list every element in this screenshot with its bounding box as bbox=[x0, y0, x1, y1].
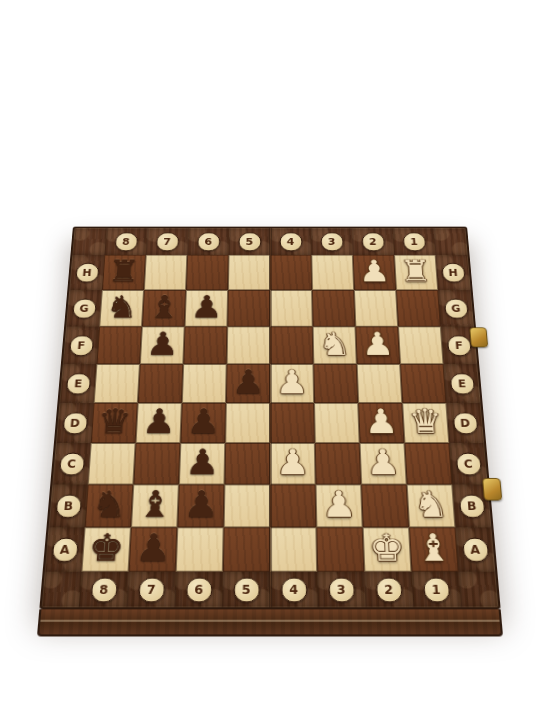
square-g2 bbox=[354, 290, 398, 326]
border-corner bbox=[434, 228, 468, 255]
piece-black-pawn-a7: ♟ bbox=[135, 529, 172, 566]
label-medallion: 8 bbox=[114, 232, 138, 251]
label-medallion: A bbox=[51, 537, 79, 562]
square-f5 bbox=[227, 327, 270, 365]
label-medallion: G bbox=[71, 298, 96, 318]
square-e4: ♟ bbox=[270, 364, 314, 403]
coordinate-label-left-e-3: E bbox=[59, 364, 96, 403]
piece-black-pawn-b6: ♟ bbox=[183, 486, 219, 522]
coordinate-label-top-3-5: 3 bbox=[311, 228, 353, 255]
piece-black-pawn-d6: ♟ bbox=[186, 405, 221, 439]
label-medallion: H bbox=[441, 263, 466, 283]
coordinate-label-bottom-6-2: 6 bbox=[174, 572, 222, 608]
square-d1: ♛ bbox=[402, 403, 449, 443]
coordinate-label-left-b-6: B bbox=[49, 484, 88, 527]
product-photo-scene: 87654321H♜♟♜HG♞♝♟GF♟♞♟FE♟♟ED♛♟♟♟♛DC♟♟♟CB… bbox=[0, 0, 540, 720]
label-medallion: G bbox=[443, 298, 468, 318]
coordinate-label-right-c-5: C bbox=[449, 443, 487, 484]
square-a2: ♚ bbox=[363, 527, 412, 571]
square-e3 bbox=[313, 364, 358, 403]
square-h8: ♜ bbox=[102, 255, 146, 290]
square-b6: ♟ bbox=[177, 484, 224, 527]
square-c1 bbox=[404, 443, 452, 484]
coordinate-label-right-e-3: E bbox=[443, 364, 480, 403]
square-g3 bbox=[312, 290, 355, 326]
piece-black-pawn-g6: ♟ bbox=[190, 292, 223, 323]
box-lid-seam bbox=[40, 620, 499, 622]
label-medallion: F bbox=[68, 335, 94, 356]
board-fold-seam bbox=[269, 228, 272, 607]
square-a5 bbox=[223, 527, 270, 571]
coordinate-label-left-a-7: A bbox=[45, 527, 85, 571]
square-f8 bbox=[97, 327, 142, 365]
square-b7: ♝ bbox=[131, 484, 179, 527]
piece-white-pawn-f2: ♟ bbox=[361, 328, 395, 360]
label-medallion: 5 bbox=[233, 577, 260, 602]
square-h4 bbox=[270, 255, 312, 290]
coordinate-label-left-h-0: H bbox=[69, 255, 104, 290]
square-d6: ♟ bbox=[180, 403, 226, 443]
square-b3: ♟ bbox=[316, 484, 363, 527]
coordinate-label-top-7-1: 7 bbox=[146, 228, 188, 255]
square-d8: ♛ bbox=[91, 403, 138, 443]
square-g4 bbox=[270, 290, 313, 326]
piece-white-pawn-e4: ♟ bbox=[275, 366, 308, 399]
coordinate-label-left-c-5: C bbox=[52, 443, 90, 484]
coordinate-label-right-h-0: H bbox=[436, 255, 471, 290]
square-b5 bbox=[224, 484, 270, 527]
label-medallion: 6 bbox=[185, 577, 212, 602]
square-d3 bbox=[314, 403, 360, 443]
square-c4: ♟ bbox=[270, 443, 316, 484]
label-medallion: 2 bbox=[361, 232, 385, 251]
piece-white-pawn-h2: ♟ bbox=[358, 256, 391, 286]
square-a4 bbox=[270, 527, 317, 571]
piece-white-pawn-c4: ♟ bbox=[275, 445, 310, 480]
square-g6: ♟ bbox=[185, 290, 228, 326]
square-b4 bbox=[270, 484, 316, 527]
square-e1 bbox=[400, 364, 446, 403]
square-d5 bbox=[225, 403, 270, 443]
square-h2: ♟ bbox=[353, 255, 396, 290]
label-medallion: D bbox=[62, 412, 88, 434]
piece-black-knight-b8: ♞ bbox=[91, 486, 128, 522]
box-front-edge bbox=[37, 609, 503, 636]
square-f7: ♟ bbox=[140, 327, 185, 365]
label-medallion: 4 bbox=[279, 232, 302, 251]
coordinate-label-bottom-4-4: 4 bbox=[270, 572, 318, 608]
square-a3 bbox=[316, 527, 364, 571]
label-medallion: B bbox=[55, 494, 82, 518]
square-e5: ♟ bbox=[226, 364, 270, 403]
square-b1: ♞ bbox=[407, 484, 456, 527]
square-g7: ♝ bbox=[142, 290, 186, 326]
label-medallion: C bbox=[58, 452, 85, 475]
square-a6 bbox=[176, 527, 224, 571]
piece-black-bishop-b7: ♝ bbox=[137, 486, 173, 522]
coordinate-label-top-5-3: 5 bbox=[229, 228, 270, 255]
coordinate-label-bottom-8-0: 8 bbox=[79, 572, 129, 608]
label-medallion: 6 bbox=[197, 232, 220, 251]
label-medallion: 5 bbox=[238, 232, 261, 251]
square-h6 bbox=[186, 255, 229, 290]
label-medallion: 7 bbox=[155, 232, 179, 251]
label-medallion: 1 bbox=[402, 232, 426, 251]
label-medallion: 3 bbox=[328, 577, 355, 602]
square-a1: ♝ bbox=[409, 527, 459, 571]
piece-black-knight-g8: ♞ bbox=[105, 292, 139, 323]
chess-set: 87654321H♜♟♜HG♞♝♟GF♟♞♟FE♟♟ED♛♟♟♟♛DC♟♟♟CB… bbox=[37, 227, 502, 633]
piece-white-bishop-a1: ♝ bbox=[415, 529, 453, 566]
square-h5 bbox=[228, 255, 270, 290]
piece-black-pawn-c6: ♟ bbox=[185, 445, 220, 480]
coordinate-label-bottom-2-6: 2 bbox=[364, 572, 413, 608]
label-medallion: E bbox=[449, 373, 475, 395]
piece-black-rook-h8: ♜ bbox=[107, 256, 140, 286]
label-medallion: 3 bbox=[320, 232, 343, 251]
square-c3 bbox=[315, 443, 361, 484]
coordinate-label-bottom-7-1: 7 bbox=[127, 572, 176, 608]
coordinate-label-bottom-1-7: 1 bbox=[411, 572, 461, 608]
piece-white-knight-b1: ♞ bbox=[412, 486, 449, 522]
label-medallion: 7 bbox=[137, 577, 165, 602]
coordinate-label-right-d-4: D bbox=[446, 403, 484, 443]
label-medallion: 1 bbox=[422, 577, 450, 602]
border-corner bbox=[72, 228, 106, 255]
coordinate-label-left-f-2: F bbox=[63, 327, 99, 365]
piece-white-pawn-b3: ♟ bbox=[321, 486, 357, 522]
square-f1 bbox=[398, 327, 443, 365]
piece-black-king-a8: ♚ bbox=[87, 529, 125, 566]
coordinate-label-right-g-1: G bbox=[438, 290, 474, 326]
coordinate-label-bottom-3-5: 3 bbox=[317, 572, 365, 608]
piece-black-pawn-e5: ♟ bbox=[231, 366, 264, 399]
piece-white-knight-f3: ♞ bbox=[318, 328, 351, 360]
square-a8: ♚ bbox=[81, 527, 131, 571]
piece-black-pawn-d7: ♟ bbox=[141, 405, 176, 439]
label-medallion: A bbox=[461, 537, 489, 562]
coordinate-label-left-d-4: D bbox=[56, 403, 94, 443]
square-a7: ♟ bbox=[129, 527, 178, 571]
coordinate-label-left-g-1: G bbox=[66, 290, 102, 326]
square-g8: ♞ bbox=[99, 290, 144, 326]
square-d7: ♟ bbox=[136, 403, 182, 443]
coordinate-label-bottom-5-3: 5 bbox=[222, 572, 270, 608]
border-corner bbox=[42, 572, 82, 608]
square-c2: ♟ bbox=[360, 443, 407, 484]
square-e2 bbox=[357, 364, 402, 403]
piece-white-queen-d1: ♛ bbox=[408, 405, 444, 439]
coordinate-label-top-2-6: 2 bbox=[352, 228, 394, 255]
square-d4 bbox=[270, 403, 315, 443]
coordinate-label-top-1-7: 1 bbox=[393, 228, 436, 255]
piece-black-queen-d8: ♛ bbox=[97, 405, 133, 439]
square-e8 bbox=[94, 364, 140, 403]
square-h7 bbox=[144, 255, 187, 290]
chess-board: 87654321H♜♟♜HG♞♝♟GF♟♞♟FE♟♟ED♛♟♟♟♛DC♟♟♟CB… bbox=[39, 227, 500, 610]
square-c6: ♟ bbox=[179, 443, 225, 484]
square-h3 bbox=[311, 255, 354, 290]
border-corner bbox=[459, 572, 499, 608]
square-f3: ♞ bbox=[313, 327, 357, 365]
square-e6 bbox=[182, 364, 227, 403]
square-f2: ♟ bbox=[355, 327, 400, 365]
coordinate-label-right-a-7: A bbox=[455, 527, 495, 571]
square-e7 bbox=[138, 364, 183, 403]
piece-white-king-a2: ♚ bbox=[368, 529, 405, 566]
piece-black-bishop-g7: ♝ bbox=[147, 292, 180, 323]
piece-black-pawn-f7: ♟ bbox=[145, 328, 179, 360]
coordinate-label-top-6-2: 6 bbox=[187, 228, 229, 255]
piece-white-pawn-c2: ♟ bbox=[365, 445, 401, 480]
coordinate-label-top-4-4: 4 bbox=[270, 228, 311, 255]
label-medallion: C bbox=[455, 452, 482, 475]
brass-clasp-lower bbox=[482, 478, 502, 501]
square-h1: ♜ bbox=[394, 255, 438, 290]
square-d2: ♟ bbox=[358, 403, 404, 443]
label-medallion: 2 bbox=[375, 577, 403, 602]
piece-white-rook-h1: ♜ bbox=[399, 256, 432, 286]
square-c8 bbox=[88, 443, 136, 484]
square-g5 bbox=[227, 290, 270, 326]
square-f4 bbox=[270, 327, 313, 365]
brass-clasp-upper bbox=[469, 327, 488, 347]
square-b2 bbox=[361, 484, 409, 527]
square-c7 bbox=[133, 443, 180, 484]
square-c5 bbox=[224, 443, 270, 484]
label-medallion: 4 bbox=[280, 577, 307, 602]
label-medallion: E bbox=[65, 373, 91, 395]
label-medallion: B bbox=[458, 494, 485, 518]
label-medallion: 8 bbox=[90, 577, 118, 602]
label-medallion: D bbox=[452, 412, 478, 434]
coordinate-label-top-8-0: 8 bbox=[104, 228, 147, 255]
square-b8: ♞ bbox=[85, 484, 134, 527]
label-medallion: F bbox=[446, 335, 472, 356]
square-f6 bbox=[183, 327, 227, 365]
label-medallion: H bbox=[75, 263, 100, 283]
square-g1 bbox=[396, 290, 441, 326]
piece-white-pawn-d2: ♟ bbox=[364, 405, 399, 439]
